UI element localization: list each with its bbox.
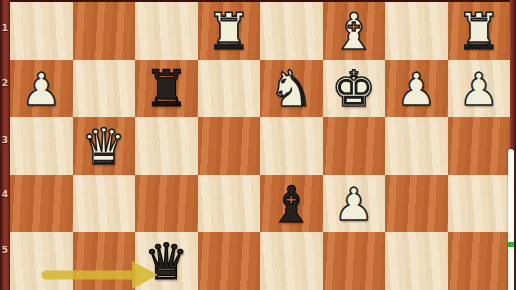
square-d5[interactable] xyxy=(260,232,323,290)
piece-black-bishop: ♝ xyxy=(269,180,314,230)
piece-black-rook: ♜ xyxy=(144,64,189,114)
square-e4[interactable] xyxy=(198,175,261,233)
square-g2[interactable] xyxy=(73,60,136,118)
square-a4[interactable] xyxy=(448,175,511,233)
square-d3[interactable] xyxy=(260,117,323,175)
square-a5[interactable] xyxy=(448,232,511,290)
square-b1[interactable] xyxy=(385,2,448,60)
square-c1[interactable]: ♝ xyxy=(323,2,386,60)
square-a1[interactable]: ♜ xyxy=(448,2,511,60)
square-b5[interactable] xyxy=(385,232,448,290)
square-d1[interactable] xyxy=(260,2,323,60)
square-g5[interactable] xyxy=(73,232,136,290)
board-viewport: ♜♝♜♟♜♞♚♟♟♛♝♟♛ 12345 xyxy=(0,0,516,290)
piece-white-pawn: ♟ xyxy=(459,67,499,112)
square-h4[interactable] xyxy=(10,175,73,233)
rank-label-2: 2 xyxy=(0,78,10,88)
piece-black-queen: ♛ xyxy=(144,237,189,287)
square-h2[interactable]: ♟ xyxy=(10,60,73,118)
rank-label-1: 1 xyxy=(0,23,10,33)
rank-label-5: 5 xyxy=(0,245,10,255)
square-c2[interactable]: ♚ xyxy=(323,60,386,118)
square-f5[interactable]: ♛ xyxy=(135,232,198,290)
square-f3[interactable] xyxy=(135,117,198,175)
square-a2[interactable]: ♟ xyxy=(448,60,511,118)
piece-white-queen: ♛ xyxy=(81,122,126,172)
square-e3[interactable] xyxy=(198,117,261,175)
square-e1[interactable]: ♜ xyxy=(198,2,261,60)
square-f2[interactable]: ♜ xyxy=(135,60,198,118)
green-marker xyxy=(508,242,514,247)
board-frame-left: 12345 xyxy=(0,0,10,290)
piece-white-pawn: ♟ xyxy=(396,67,436,112)
square-h5[interactable] xyxy=(10,232,73,290)
rank-label-3: 3 xyxy=(0,135,10,145)
square-c3[interactable] xyxy=(323,117,386,175)
square-h1[interactable] xyxy=(10,2,73,60)
piece-white-bishop: ♝ xyxy=(331,7,376,57)
square-e2[interactable] xyxy=(198,60,261,118)
square-c5[interactable] xyxy=(323,232,386,290)
piece-white-rook: ♜ xyxy=(206,7,251,57)
square-c4[interactable]: ♟ xyxy=(323,175,386,233)
square-a3[interactable] xyxy=(448,117,511,175)
square-b3[interactable] xyxy=(385,117,448,175)
piece-white-pawn: ♟ xyxy=(21,67,61,112)
right-overlay-bar[interactable] xyxy=(508,149,514,290)
square-g3[interactable]: ♛ xyxy=(73,117,136,175)
square-g4[interactable] xyxy=(73,175,136,233)
square-d2[interactable]: ♞ xyxy=(260,60,323,118)
square-h3[interactable] xyxy=(10,117,73,175)
rank-label-4: 4 xyxy=(0,189,10,199)
piece-white-knight: ♞ xyxy=(269,64,314,114)
piece-white-rook: ♜ xyxy=(456,7,501,57)
square-b4[interactable] xyxy=(385,175,448,233)
piece-white-king: ♚ xyxy=(331,64,376,114)
square-b2[interactable]: ♟ xyxy=(385,60,448,118)
square-f4[interactable] xyxy=(135,175,198,233)
square-d4[interactable]: ♝ xyxy=(260,175,323,233)
piece-white-pawn: ♟ xyxy=(334,182,374,227)
square-e5[interactable] xyxy=(198,232,261,290)
square-g1[interactable] xyxy=(73,2,136,60)
square-f1[interactable] xyxy=(135,2,198,60)
chess-board: ♜♝♜♟♜♞♚♟♟♛♝♟♛ xyxy=(10,2,510,290)
board-frame-top xyxy=(10,0,510,2)
